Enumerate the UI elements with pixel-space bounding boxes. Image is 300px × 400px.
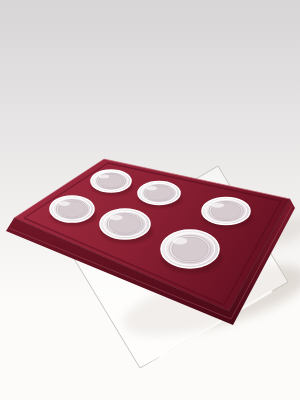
coin-capsule-front-right <box>161 230 222 274</box>
capsule-sheen-highlight <box>110 215 123 220</box>
coin-capsule-back-right <box>202 198 253 229</box>
capsule-sheen-highlight <box>211 203 223 208</box>
coin-capsule-front-left <box>50 196 96 226</box>
coin-capsule-back-middle <box>138 182 182 208</box>
coin-capsule-back-left <box>91 170 133 195</box>
capsule-sheen-highlight <box>99 174 109 178</box>
coin-capsule-front-middle <box>100 209 153 244</box>
capsule-sheen-highlight <box>59 201 70 206</box>
capsule-sheen-highlight <box>172 238 187 245</box>
product-photo-coin-tray <box>0 0 300 400</box>
capsule-sheen-highlight <box>146 186 157 190</box>
